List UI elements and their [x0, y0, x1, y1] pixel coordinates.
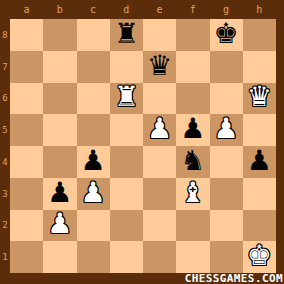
square-g8: ♚ [210, 19, 243, 51]
square-f8 [176, 19, 209, 51]
square-a1 [10, 241, 43, 273]
square-a4 [10, 146, 43, 178]
black-pawn: ♟ [47, 179, 72, 207]
square-e4 [143, 146, 176, 178]
square-h5 [243, 114, 276, 146]
square-f2 [176, 210, 209, 242]
square-b8 [43, 19, 76, 51]
square-a3 [10, 178, 43, 210]
square-h8 [243, 19, 276, 51]
rank-label-8: 8 [0, 19, 10, 51]
square-h4: ♟ [243, 146, 276, 178]
black-pawn: ♟ [180, 115, 205, 143]
white-rook: ♜ [114, 83, 139, 111]
square-b7 [43, 51, 76, 83]
square-f6 [176, 83, 209, 115]
bottom-frame: CHESSGAMES.COM [0, 273, 284, 284]
square-h3 [243, 178, 276, 210]
square-d2 [110, 210, 143, 242]
square-f5: ♟ [176, 114, 209, 146]
square-b3: ♟ [43, 178, 76, 210]
square-f1 [176, 241, 209, 273]
chess-board: ♜♚♛♜♛♟♟♟♟♞♟♟♟♝♟♚ [10, 19, 276, 273]
square-e2 [143, 210, 176, 242]
square-h1: ♚ [243, 241, 276, 273]
rank-labels: 87654321 [0, 19, 10, 273]
black-pawn: ♟ [81, 147, 106, 175]
square-a7 [10, 51, 43, 83]
square-h2 [243, 210, 276, 242]
square-a6 [10, 83, 43, 115]
square-e6 [143, 83, 176, 115]
file-label-b: b [43, 0, 76, 19]
rank-label-2: 2 [0, 210, 10, 242]
square-d1 [110, 241, 143, 273]
square-d7 [110, 51, 143, 83]
square-g5: ♟ [210, 114, 243, 146]
file-label-f: f [176, 0, 209, 19]
square-g1 [210, 241, 243, 273]
square-e5: ♟ [143, 114, 176, 146]
rank-label-6: 6 [0, 83, 10, 115]
black-queen: ♛ [147, 52, 172, 80]
file-label-c: c [77, 0, 110, 19]
square-b6 [43, 83, 76, 115]
white-pawn: ♟ [47, 210, 72, 238]
square-d3 [110, 178, 143, 210]
square-h6: ♛ [243, 83, 276, 115]
square-b5 [43, 114, 76, 146]
square-c2 [77, 210, 110, 242]
square-d6: ♜ [110, 83, 143, 115]
file-label-e: e [143, 0, 176, 19]
rank-label-5: 5 [0, 114, 10, 146]
square-g7 [210, 51, 243, 83]
square-a5 [10, 114, 43, 146]
square-g4 [210, 146, 243, 178]
rank-label-7: 7 [0, 51, 10, 83]
square-c1 [77, 241, 110, 273]
file-label-a: a [10, 0, 43, 19]
square-f4: ♞ [176, 146, 209, 178]
white-pawn: ♟ [147, 115, 172, 143]
white-pawn: ♟ [81, 179, 106, 207]
square-g6 [210, 83, 243, 115]
square-b2: ♟ [43, 210, 76, 242]
square-c3: ♟ [77, 178, 110, 210]
black-king: ♚ [214, 20, 239, 48]
square-b4 [43, 146, 76, 178]
square-c4: ♟ [77, 146, 110, 178]
black-rook: ♜ [114, 20, 139, 48]
white-pawn: ♟ [214, 115, 239, 143]
white-king: ♚ [247, 242, 272, 270]
square-a2 [10, 210, 43, 242]
square-c6 [77, 83, 110, 115]
black-knight: ♞ [180, 147, 205, 175]
square-g3 [210, 178, 243, 210]
watermark-chessgames: CHESSGAMES.COM [185, 273, 284, 284]
square-c7 [77, 51, 110, 83]
square-d8: ♜ [110, 19, 143, 51]
file-label-h: h [243, 0, 276, 19]
rank-label-4: 4 [0, 146, 10, 178]
square-f7 [176, 51, 209, 83]
square-e7: ♛ [143, 51, 176, 83]
square-d4 [110, 146, 143, 178]
chess-diagram: abcdefgh 87654321 ♜♚♛♜♛♟♟♟♟♞♟♟♟♝♟♚ CHESS… [0, 0, 284, 284]
square-g2 [210, 210, 243, 242]
square-e3 [143, 178, 176, 210]
black-pawn: ♟ [247, 147, 272, 175]
white-bishop: ♝ [180, 179, 205, 207]
square-c5 [77, 114, 110, 146]
square-c8 [77, 19, 110, 51]
square-d5 [110, 114, 143, 146]
square-e8 [143, 19, 176, 51]
rank-label-1: 1 [0, 241, 10, 273]
square-b1 [43, 241, 76, 273]
square-h7 [243, 51, 276, 83]
square-f3: ♝ [176, 178, 209, 210]
rank-label-3: 3 [0, 178, 10, 210]
square-a8 [10, 19, 43, 51]
white-queen: ♛ [247, 83, 272, 111]
square-e1 [143, 241, 176, 273]
